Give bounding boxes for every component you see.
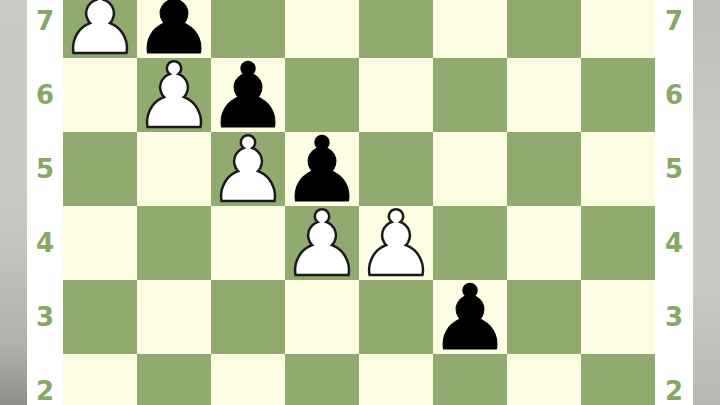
rank-label-2: 2 (27, 354, 63, 405)
square-c4[interactable] (211, 206, 285, 280)
square-h3[interactable] (581, 280, 655, 354)
square-g6[interactable] (507, 58, 581, 132)
square-a4[interactable] (63, 206, 137, 280)
rank-label-3: 3 (655, 280, 693, 354)
square-g3[interactable] (507, 280, 581, 354)
white-pawn[interactable]: ♟ (134, 51, 215, 141)
white-pawn[interactable]: ♟ (282, 199, 363, 289)
square-g2[interactable] (507, 354, 581, 405)
square-f7[interactable] (433, 0, 507, 58)
rank-label-5: 5 (27, 132, 63, 206)
right-rank-labels: 7 6 5 4 3 2 (655, 0, 693, 405)
square-e4[interactable]: ♟ (359, 206, 433, 280)
black-pawn[interactable]: ♟ (430, 273, 511, 363)
white-pawn[interactable]: ♟ (208, 125, 289, 215)
square-a2[interactable] (63, 354, 137, 405)
square-d4[interactable]: ♟ (285, 206, 359, 280)
square-e3[interactable] (359, 280, 433, 354)
square-d7[interactable] (285, 0, 359, 58)
left-outer-margin (0, 0, 27, 405)
square-g4[interactable] (507, 206, 581, 280)
rank-label-4: 4 (655, 206, 693, 280)
square-a6[interactable] (63, 58, 137, 132)
square-e6[interactable] (359, 58, 433, 132)
rank-label-3: 3 (27, 280, 63, 354)
square-h4[interactable] (581, 206, 655, 280)
square-f2[interactable] (433, 354, 507, 405)
square-b3[interactable] (137, 280, 211, 354)
square-h5[interactable] (581, 132, 655, 206)
square-b5[interactable] (137, 132, 211, 206)
square-b4[interactable] (137, 206, 211, 280)
rank-label-6: 6 (655, 58, 693, 132)
rank-label-4: 4 (27, 206, 63, 280)
chess-board: ♟♟♟♟♟♟♟♟♟ (63, 0, 655, 405)
square-c2[interactable] (211, 354, 285, 405)
rank-label-6: 6 (27, 58, 63, 132)
square-a3[interactable] (63, 280, 137, 354)
square-g5[interactable] (507, 132, 581, 206)
square-c5[interactable]: ♟ (211, 132, 285, 206)
rank-label-7: 7 (655, 0, 693, 58)
square-h2[interactable] (581, 354, 655, 405)
square-e2[interactable] (359, 354, 433, 405)
square-a7[interactable]: ♟ (63, 0, 137, 58)
square-e7[interactable] (359, 0, 433, 58)
white-pawn[interactable]: ♟ (356, 199, 437, 289)
right-outer-margin (693, 0, 720, 405)
square-a5[interactable] (63, 132, 137, 206)
white-pawn[interactable]: ♟ (60, 0, 141, 67)
square-g7[interactable] (507, 0, 581, 58)
square-h6[interactable] (581, 58, 655, 132)
square-b2[interactable] (137, 354, 211, 405)
rank-label-5: 5 (655, 132, 693, 206)
square-b6[interactable]: ♟ (137, 58, 211, 132)
left-rank-labels: 7 6 5 4 3 2 (27, 0, 63, 405)
square-h7[interactable] (581, 0, 655, 58)
chess-board-screen: 7 6 5 4 3 2 ♟♟♟♟♟♟♟♟♟ 7 6 5 4 3 2 (0, 0, 720, 405)
square-d2[interactable] (285, 354, 359, 405)
square-f5[interactable] (433, 132, 507, 206)
square-c3[interactable] (211, 280, 285, 354)
rank-label-2: 2 (655, 354, 693, 405)
square-d3[interactable] (285, 280, 359, 354)
square-f6[interactable] (433, 58, 507, 132)
rank-label-7: 7 (27, 0, 63, 58)
square-f3[interactable]: ♟ (433, 280, 507, 354)
